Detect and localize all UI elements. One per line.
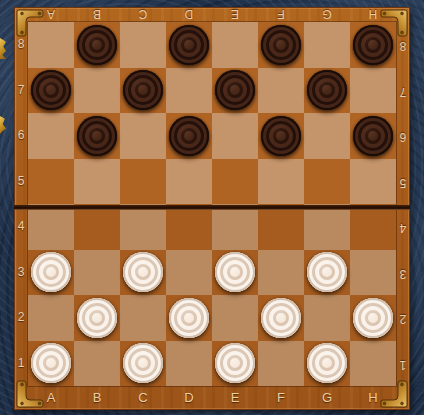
square-b3[interactable] [74,250,120,296]
dark-piece[interactable] [169,25,209,65]
white-piece[interactable] [123,343,163,383]
square-e6[interactable] [212,113,258,159]
white-piece[interactable] [353,298,393,338]
square-c8[interactable] [120,22,166,68]
square-a5[interactable] [28,159,74,205]
file-label-bottom-f: F [258,386,304,410]
dark-piece[interactable] [169,116,209,156]
white-piece[interactable] [307,343,347,383]
file-labels-top: ABCDEFGH [28,7,396,22]
square-g5[interactable] [304,159,350,205]
white-piece[interactable] [77,298,117,338]
square-f3[interactable] [258,250,304,296]
square-e4[interactable] [212,204,258,250]
rank-label-right-5: 5 [396,159,410,205]
square-d4[interactable] [166,204,212,250]
square-d7[interactable] [166,68,212,114]
dark-piece[interactable] [77,116,117,156]
square-e8[interactable] [212,22,258,68]
square-c1[interactable] [120,341,166,387]
square-h4[interactable] [350,204,396,250]
square-c7[interactable] [120,68,166,114]
dark-piece[interactable] [77,25,117,65]
rank-label-left-2: 2 [14,295,28,341]
dark-piece[interactable] [353,116,393,156]
playing-area [28,22,396,386]
dark-piece[interactable] [307,70,347,110]
square-f2[interactable] [258,295,304,341]
square-h7[interactable] [350,68,396,114]
square-e7[interactable] [212,68,258,114]
board-fold-seam [14,205,410,210]
rank-label-right-2: 2 [396,295,410,341]
square-g2[interactable] [304,295,350,341]
square-f8[interactable] [258,22,304,68]
rank-label-left-3: 3 [14,250,28,296]
dark-piece[interactable] [123,70,163,110]
square-e5[interactable] [212,159,258,205]
square-c6[interactable] [120,113,166,159]
square-a6[interactable] [28,113,74,159]
square-e1[interactable] [212,341,258,387]
square-g8[interactable] [304,22,350,68]
square-h6[interactable] [350,113,396,159]
rank-label-right-3: 3 [396,250,410,296]
file-label-top-g: G [304,7,350,22]
square-e2[interactable] [212,295,258,341]
square-g3[interactable] [304,250,350,296]
gold-fragment [0,38,6,59]
dark-piece[interactable] [31,70,71,110]
square-c2[interactable] [120,295,166,341]
square-a4[interactable] [28,204,74,250]
file-label-bottom-e: E [212,386,258,410]
square-b6[interactable] [74,113,120,159]
square-d5[interactable] [166,159,212,205]
square-f5[interactable] [258,159,304,205]
file-labels-bottom: ABCDEFGH [28,386,396,410]
square-c4[interactable] [120,204,166,250]
square-b8[interactable] [74,22,120,68]
file-label-bottom-d: D [166,386,212,410]
rank-label-left-7: 7 [14,68,28,114]
square-f1[interactable] [258,341,304,387]
rank-label-right-7: 7 [396,68,410,114]
square-f4[interactable] [258,204,304,250]
square-a3[interactable] [28,250,74,296]
corner-bracket-icon [15,8,47,40]
file-label-top-d: D [166,7,212,22]
white-piece[interactable] [261,298,301,338]
rank-label-left-5: 5 [14,159,28,205]
square-a7[interactable] [28,68,74,114]
file-label-bottom-c: C [120,386,166,410]
square-b7[interactable] [74,68,120,114]
corner-bracket-icon [377,377,409,409]
white-piece[interactable] [215,252,255,292]
file-label-top-b: B [74,7,120,22]
white-piece[interactable] [215,343,255,383]
rank-label-right-6: 6 [396,113,410,159]
square-d2[interactable] [166,295,212,341]
file-label-top-f: F [258,7,304,22]
square-a2[interactable] [28,295,74,341]
square-c3[interactable] [120,250,166,296]
file-label-bottom-g: G [304,386,350,410]
square-f6[interactable] [258,113,304,159]
square-g4[interactable] [304,204,350,250]
white-piece[interactable] [123,252,163,292]
file-label-top-c: C [120,7,166,22]
rank-labels-right: 87654321 [396,22,410,386]
square-b4[interactable] [74,204,120,250]
square-e3[interactable] [212,250,258,296]
square-d3[interactable] [166,250,212,296]
square-b2[interactable] [74,295,120,341]
square-d1[interactable] [166,341,212,387]
rank-labels-left: 87654321 [14,22,28,386]
square-h3[interactable] [350,250,396,296]
square-f7[interactable] [258,68,304,114]
square-g1[interactable] [304,341,350,387]
white-piece[interactable] [169,298,209,338]
square-d6[interactable] [166,113,212,159]
rank-label-left-6: 6 [14,113,28,159]
rank-label-left-4: 4 [14,204,28,250]
file-label-bottom-b: B [74,386,120,410]
square-h5[interactable] [350,159,396,205]
square-h2[interactable] [350,295,396,341]
corner-bracket-icon [15,377,47,409]
square-b1[interactable] [74,341,120,387]
dark-piece[interactable] [261,116,301,156]
rank-label-right-4: 4 [396,204,410,250]
gold-fragment [0,116,6,134]
square-b5[interactable] [74,159,120,205]
square-g7[interactable] [304,68,350,114]
dark-piece[interactable] [261,25,301,65]
square-d8[interactable] [166,22,212,68]
white-piece[interactable] [307,252,347,292]
white-piece[interactable] [31,252,71,292]
file-label-top-e: E [212,7,258,22]
square-g6[interactable] [304,113,350,159]
dark-piece[interactable] [215,70,255,110]
square-c5[interactable] [120,159,166,205]
corner-bracket-icon [377,8,409,40]
board: ABCDEFGH ABCDEFGH 87654321 87654321 [14,7,410,410]
